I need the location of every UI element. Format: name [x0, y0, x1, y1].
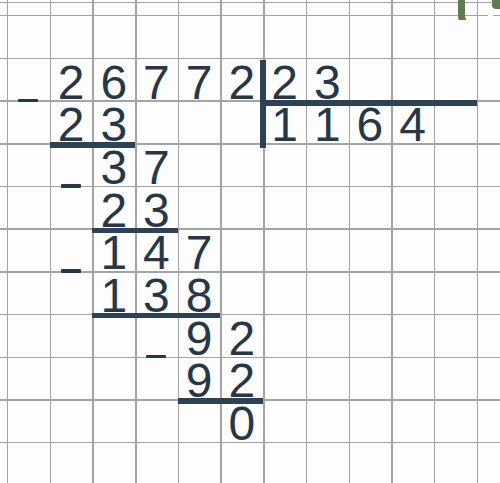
- subtraction-underline: [50, 142, 135, 148]
- digit-cell: 1: [263, 103, 306, 146]
- grid-paper-sheet: 2677223231164372314713892920: [0, 0, 500, 483]
- division-corner-horizontal: [260, 100, 477, 106]
- clipped-green-button[interactable]: [452, 0, 500, 20]
- digit-cell: 1: [92, 274, 135, 317]
- clipped-icon-fragment: [492, 0, 500, 9]
- digit-cell: 9: [178, 359, 221, 402]
- digit-cell: 1: [306, 103, 349, 146]
- minus-sign: [18, 99, 38, 103]
- minus-sign: [61, 184, 81, 188]
- minus-sign: [61, 269, 81, 273]
- minus-sign: [146, 355, 166, 359]
- digit-cell: 0: [221, 402, 264, 445]
- digit-cell: 4: [391, 103, 434, 146]
- digit-cell: 2: [50, 103, 93, 146]
- subtraction-underline: [92, 228, 177, 234]
- digit-cell: 3: [135, 274, 178, 317]
- subtraction-underline: [178, 398, 263, 404]
- subtraction-underline: [92, 313, 220, 319]
- digit-cell: 7: [135, 60, 178, 103]
- digit-cell: 2: [221, 60, 264, 103]
- digit-cell: 7: [178, 60, 221, 103]
- digit-cell: 6: [349, 103, 392, 146]
